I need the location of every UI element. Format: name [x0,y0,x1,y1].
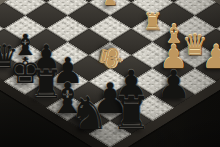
piece-black-rook[interactable]: ♜ [111,91,152,136]
piece-white-pawn[interactable]: ♟ [103,0,118,8]
piece-white-rook[interactable]: ♜ [142,11,162,34]
piece-white-pawn[interactable]: ♟ [202,41,220,73]
chess-3d-scene: ♟♜♝♚♛♝♟♟♛♟♚♟♜♟♟♝♟♜♞ [0,0,220,147]
piece-black-knight[interactable]: ♞ [69,91,110,136]
piece-black-pawn[interactable]: ♟ [156,66,191,105]
